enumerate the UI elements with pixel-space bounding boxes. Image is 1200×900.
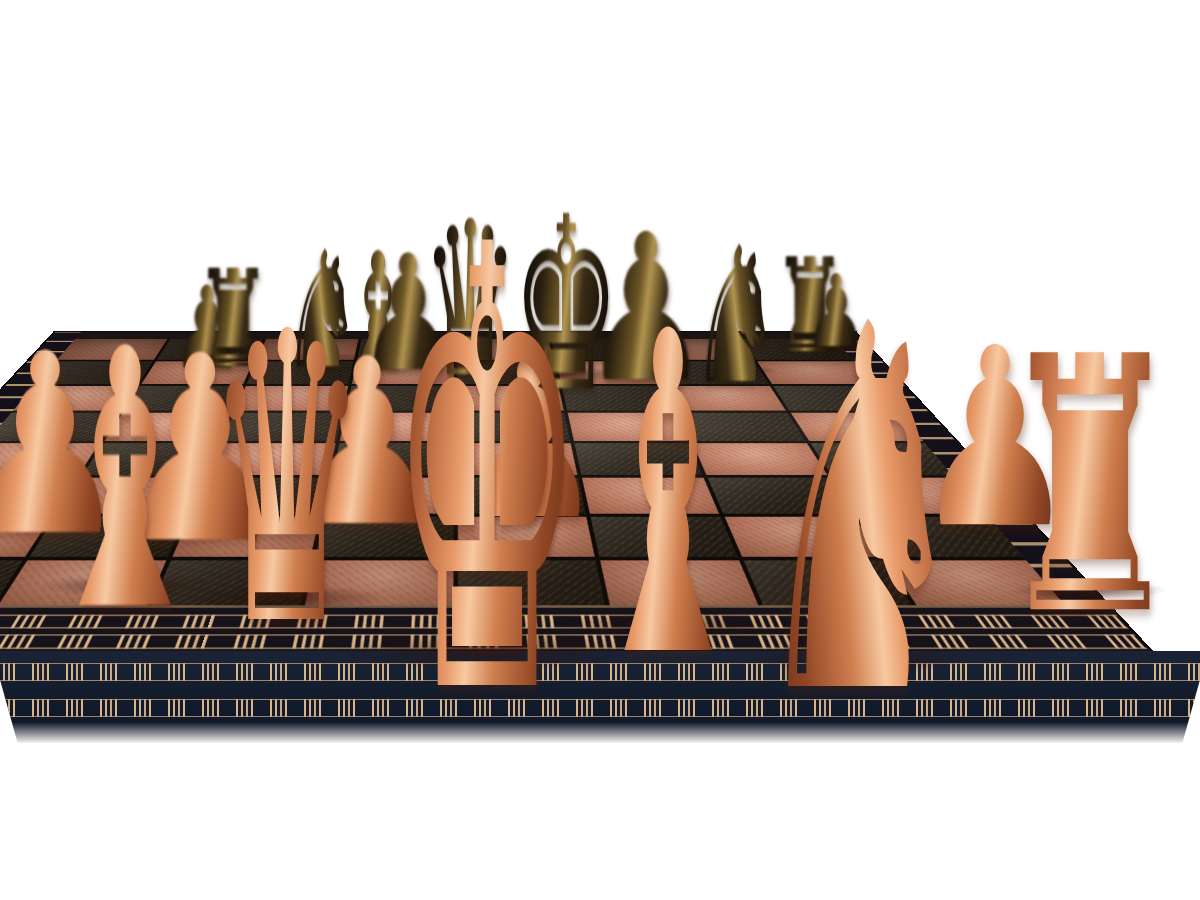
- piece-white-queen-d1: ♛: [206, 281, 367, 681]
- piece-white-knight-g1: ♞: [747, 261, 972, 764]
- piece-white-king-e1: ♚: [389, 169, 586, 779]
- piece-white-bishop-f1: ♝: [585, 275, 752, 718]
- piece-white-rook-h1: ♜: [995, 311, 1184, 663]
- piece-white-bishop-c1: ♝: [37, 303, 213, 660]
- chess-set-photo: ♟♜♞♝♟♛♚♟♞♜♟♟♟♟♟♟♝♛♝♞♜♚: [0, 0, 1200, 900]
